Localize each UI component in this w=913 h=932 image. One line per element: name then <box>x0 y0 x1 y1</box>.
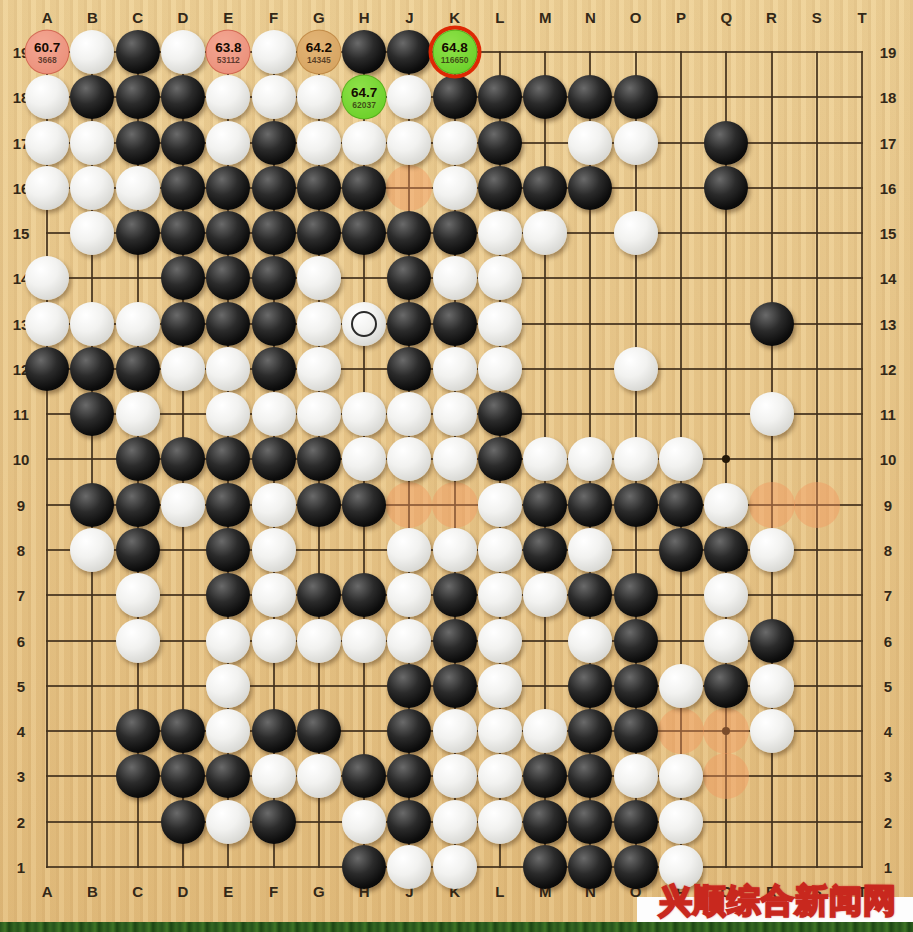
white-stone-P5[interactable] <box>659 664 703 708</box>
white-stone-R4[interactable] <box>750 709 794 753</box>
row-label: 13 <box>880 315 897 332</box>
go-board-screenshot: ABCDEFGHJKLMNOPQRST ABCDEFGHJKLMNOPQRST … <box>0 0 913 932</box>
white-stone-J8[interactable] <box>387 528 431 572</box>
suggestion-winrate: 63.8 <box>215 41 241 55</box>
white-stone-Q9[interactable] <box>704 483 748 527</box>
white-stone-K8[interactable] <box>433 528 477 572</box>
white-stone-P3[interactable] <box>659 754 703 798</box>
black-stone-O7[interactable] <box>614 573 658 617</box>
black-stone-B18[interactable] <box>70 75 114 119</box>
row-label: 9 <box>884 496 892 513</box>
black-stone-M9[interactable] <box>523 483 567 527</box>
black-stone-G9[interactable] <box>297 483 341 527</box>
white-stone-J7[interactable] <box>387 573 431 617</box>
black-stone-N18[interactable] <box>568 75 612 119</box>
white-stone-O3[interactable] <box>614 754 658 798</box>
black-stone-M18[interactable] <box>523 75 567 119</box>
white-stone-M15[interactable] <box>523 211 567 255</box>
black-stone-E16[interactable] <box>206 166 250 210</box>
black-stone-D14[interactable] <box>161 256 205 300</box>
column-label: S <box>812 9 822 26</box>
black-stone-E10[interactable] <box>206 437 250 481</box>
white-stone-L5[interactable] <box>478 664 522 708</box>
grid-line-v <box>816 51 818 868</box>
black-stone-N1[interactable] <box>568 845 612 889</box>
black-stone-D10[interactable] <box>161 437 205 481</box>
black-stone-Q8[interactable] <box>704 528 748 572</box>
row-label: 2 <box>884 813 892 830</box>
white-stone-F19[interactable] <box>252 30 296 74</box>
white-stone-Q6[interactable] <box>704 619 748 663</box>
white-stone-F6[interactable] <box>252 619 296 663</box>
white-stone-O10[interactable] <box>614 437 658 481</box>
row-label: 16 <box>880 179 897 196</box>
white-stone-L12[interactable] <box>478 347 522 391</box>
row-label: 11 <box>880 406 896 423</box>
black-stone-Q17[interactable] <box>704 121 748 165</box>
white-stone-E2[interactable] <box>206 800 250 844</box>
black-stone-G7[interactable] <box>297 573 341 617</box>
row-label: 17 <box>880 134 897 151</box>
white-stone-A13[interactable] <box>25 302 69 346</box>
black-stone-H15[interactable] <box>342 211 386 255</box>
row-label: 14 <box>880 270 897 287</box>
row-label: 10 <box>880 451 897 468</box>
white-stone-C7[interactable] <box>116 573 160 617</box>
black-stone-F4[interactable] <box>252 709 296 753</box>
black-stone-E7[interactable] <box>206 573 250 617</box>
black-stone-P9[interactable] <box>659 483 703 527</box>
white-stone-A18[interactable] <box>25 75 69 119</box>
black-stone-D2[interactable] <box>161 800 205 844</box>
row-label: 6 <box>884 632 892 649</box>
white-stone-B16[interactable] <box>70 166 114 210</box>
white-stone-O15[interactable] <box>614 211 658 255</box>
white-stone-B8[interactable] <box>70 528 114 572</box>
row-label: 1 <box>884 858 892 875</box>
black-stone-N3[interactable] <box>568 754 612 798</box>
white-stone-J11[interactable] <box>387 392 431 436</box>
black-stone-O9[interactable] <box>614 483 658 527</box>
row-label: 7 <box>884 587 892 604</box>
white-stone-last-move-H13[interactable] <box>342 302 386 346</box>
black-stone-O2[interactable] <box>614 800 658 844</box>
white-stone-E5[interactable] <box>206 664 250 708</box>
white-stone-J17[interactable] <box>387 121 431 165</box>
white-stone-F9[interactable] <box>252 483 296 527</box>
black-stone-J14[interactable] <box>387 256 431 300</box>
row-label: 8 <box>884 541 892 558</box>
suggestion-winrate: 64.7 <box>351 86 377 100</box>
column-label: C <box>132 9 143 26</box>
black-stone-F2[interactable] <box>252 800 296 844</box>
row-label: 5 <box>884 677 892 694</box>
row-label: 5 <box>17 677 25 694</box>
white-stone-K14[interactable] <box>433 256 477 300</box>
black-stone-R13[interactable] <box>750 302 794 346</box>
black-stone-M2[interactable] <box>523 800 567 844</box>
white-stone-K11[interactable] <box>433 392 477 436</box>
column-label: H <box>359 9 370 26</box>
black-stone-E3[interactable] <box>206 754 250 798</box>
white-stone-O17[interactable] <box>614 121 658 165</box>
black-stone-M16[interactable] <box>523 166 567 210</box>
move-suggestion-G19[interactable]: 64.214345 <box>296 30 341 75</box>
black-stone-K5[interactable] <box>433 664 477 708</box>
watermark-text: 兴顺综合新闻网 <box>645 879 911 924</box>
black-stone-C3[interactable] <box>116 754 160 798</box>
black-stone-J12[interactable] <box>387 347 431 391</box>
black-stone-D18[interactable] <box>161 75 205 119</box>
white-stone-M7[interactable] <box>523 573 567 617</box>
black-stone-C15[interactable] <box>116 211 160 255</box>
black-stone-N16[interactable] <box>568 166 612 210</box>
white-stone-L15[interactable] <box>478 211 522 255</box>
black-stone-C4[interactable] <box>116 709 160 753</box>
black-stone-C18[interactable] <box>116 75 160 119</box>
black-stone-J19[interactable] <box>387 30 431 74</box>
white-stone-G3[interactable] <box>297 754 341 798</box>
black-stone-O6[interactable] <box>614 619 658 663</box>
white-stone-L6[interactable] <box>478 619 522 663</box>
black-stone-Q5[interactable] <box>704 664 748 708</box>
black-stone-C10[interactable] <box>116 437 160 481</box>
row-label: 15 <box>13 225 30 242</box>
black-stone-E8[interactable] <box>206 528 250 572</box>
white-stone-H17[interactable] <box>342 121 386 165</box>
black-stone-J5[interactable] <box>387 664 431 708</box>
column-label: D <box>178 9 189 26</box>
suggestion-visits: 116650 <box>441 55 469 64</box>
black-stone-J4[interactable] <box>387 709 431 753</box>
highlight-circle[interactable] <box>703 708 749 754</box>
row-label: 15 <box>880 225 897 242</box>
black-stone-D4[interactable] <box>161 709 205 753</box>
black-stone-L10[interactable] <box>478 437 522 481</box>
white-stone-L8[interactable] <box>478 528 522 572</box>
column-label: F <box>269 9 278 26</box>
black-stone-D17[interactable] <box>161 121 205 165</box>
white-stone-B19[interactable] <box>70 30 114 74</box>
black-stone-H7[interactable] <box>342 573 386 617</box>
suggestion-visits: 3668 <box>38 55 57 64</box>
white-stone-B13[interactable] <box>70 302 114 346</box>
black-stone-H1[interactable] <box>342 845 386 889</box>
white-stone-C13[interactable] <box>116 302 160 346</box>
white-stone-K1[interactable] <box>433 845 477 889</box>
row-label: 19 <box>880 44 897 61</box>
move-suggestion-H18[interactable]: 64.762037 <box>342 75 387 120</box>
white-stone-N17[interactable] <box>568 121 612 165</box>
row-label: 7 <box>17 587 25 604</box>
white-stone-E17[interactable] <box>206 121 250 165</box>
column-label: G <box>313 883 325 900</box>
white-stone-F11[interactable] <box>252 392 296 436</box>
black-stone-B9[interactable] <box>70 483 114 527</box>
black-stone-O5[interactable] <box>614 664 658 708</box>
grass-strip <box>0 922 913 932</box>
black-stone-M8[interactable] <box>523 528 567 572</box>
black-stone-N7[interactable] <box>568 573 612 617</box>
row-label: 12 <box>880 360 897 377</box>
white-stone-K16[interactable] <box>433 166 477 210</box>
row-label: 8 <box>17 541 25 558</box>
highlight-circle[interactable] <box>432 482 478 528</box>
white-stone-L4[interactable] <box>478 709 522 753</box>
white-stone-L13[interactable] <box>478 302 522 346</box>
black-stone-D16[interactable] <box>161 166 205 210</box>
white-stone-C6[interactable] <box>116 619 160 663</box>
white-stone-L14[interactable] <box>478 256 522 300</box>
black-stone-Q16[interactable] <box>704 166 748 210</box>
black-stone-H19[interactable] <box>342 30 386 74</box>
white-stone-J10[interactable] <box>387 437 431 481</box>
white-stone-C11[interactable] <box>116 392 160 436</box>
white-stone-D9[interactable] <box>161 483 205 527</box>
black-stone-G4[interactable] <box>297 709 341 753</box>
black-stone-K7[interactable] <box>433 573 477 617</box>
white-stone-L3[interactable] <box>478 754 522 798</box>
suggestion-winrate: 64.8 <box>441 41 467 55</box>
black-stone-B12[interactable] <box>70 347 114 391</box>
column-label: M <box>539 9 552 26</box>
suggestion-winrate: 60.7 <box>34 41 60 55</box>
white-stone-H11[interactable] <box>342 392 386 436</box>
column-label: A <box>42 9 53 26</box>
white-stone-E6[interactable] <box>206 619 250 663</box>
white-stone-N8[interactable] <box>568 528 612 572</box>
white-stone-P2[interactable] <box>659 800 703 844</box>
white-stone-G18[interactable] <box>297 75 341 119</box>
white-stone-M4[interactable] <box>523 709 567 753</box>
black-stone-E13[interactable] <box>206 302 250 346</box>
black-stone-G16[interactable] <box>297 166 341 210</box>
black-stone-K15[interactable] <box>433 211 477 255</box>
white-stone-K17[interactable] <box>433 121 477 165</box>
white-stone-G11[interactable] <box>297 392 341 436</box>
black-stone-C12[interactable] <box>116 347 160 391</box>
row-label: 18 <box>880 89 897 106</box>
white-stone-D12[interactable] <box>161 347 205 391</box>
black-stone-F14[interactable] <box>252 256 296 300</box>
move-suggestion-K19[interactable]: 64.8116650 <box>432 30 477 75</box>
column-label: D <box>178 883 189 900</box>
white-stone-B17[interactable] <box>70 121 114 165</box>
black-stone-J15[interactable] <box>387 211 431 255</box>
column-label: R <box>766 9 777 26</box>
white-stone-R5[interactable] <box>750 664 794 708</box>
white-stone-J1[interactable] <box>387 845 431 889</box>
white-stone-G6[interactable] <box>297 619 341 663</box>
black-stone-R6[interactable] <box>750 619 794 663</box>
black-stone-F13[interactable] <box>252 302 296 346</box>
black-stone-N5[interactable] <box>568 664 612 708</box>
column-label: N <box>585 9 596 26</box>
black-stone-H16[interactable] <box>342 166 386 210</box>
black-stone-P8[interactable] <box>659 528 703 572</box>
white-stone-G13[interactable] <box>297 302 341 346</box>
black-stone-N9[interactable] <box>568 483 612 527</box>
white-stone-L9[interactable] <box>478 483 522 527</box>
move-suggestion-A19[interactable]: 60.73668 <box>25 30 70 75</box>
highlight-circle[interactable] <box>794 482 840 528</box>
column-label: P <box>676 9 686 26</box>
column-label: B <box>87 9 98 26</box>
white-stone-J18[interactable] <box>387 75 431 119</box>
white-stone-H2[interactable] <box>342 800 386 844</box>
black-stone-L18[interactable] <box>478 75 522 119</box>
white-stone-E12[interactable] <box>206 347 250 391</box>
white-stone-P10[interactable] <box>659 437 703 481</box>
black-stone-M3[interactable] <box>523 754 567 798</box>
white-stone-A14[interactable] <box>25 256 69 300</box>
black-stone-E15[interactable] <box>206 211 250 255</box>
white-stone-Q7[interactable] <box>704 573 748 617</box>
black-stone-C19[interactable] <box>116 30 160 74</box>
white-stone-O12[interactable] <box>614 347 658 391</box>
black-stone-K6[interactable] <box>433 619 477 663</box>
white-stone-D19[interactable] <box>161 30 205 74</box>
black-stone-B11[interactable] <box>70 392 114 436</box>
white-stone-K10[interactable] <box>433 437 477 481</box>
black-stone-K18[interactable] <box>433 75 477 119</box>
row-label: 4 <box>17 723 25 740</box>
black-stone-K13[interactable] <box>433 302 477 346</box>
white-stone-G12[interactable] <box>297 347 341 391</box>
column-label: L <box>495 9 504 26</box>
white-stone-R11[interactable] <box>750 392 794 436</box>
star-point <box>722 455 730 463</box>
column-label: Q <box>720 9 732 26</box>
black-stone-N4[interactable] <box>568 709 612 753</box>
black-stone-D13[interactable] <box>161 302 205 346</box>
row-label: 4 <box>884 723 892 740</box>
row-label: 10 <box>13 451 30 468</box>
black-stone-O18[interactable] <box>614 75 658 119</box>
black-stone-C17[interactable] <box>116 121 160 165</box>
grid-line-v <box>861 51 863 868</box>
black-stone-J3[interactable] <box>387 754 431 798</box>
black-stone-D3[interactable] <box>161 754 205 798</box>
white-stone-M10[interactable] <box>523 437 567 481</box>
column-label: B <box>87 883 98 900</box>
black-stone-H3[interactable] <box>342 754 386 798</box>
column-label: A <box>42 883 53 900</box>
black-stone-J2[interactable] <box>387 800 431 844</box>
column-label: J <box>405 9 413 26</box>
white-stone-K2[interactable] <box>433 800 477 844</box>
row-label: 9 <box>17 496 25 513</box>
black-stone-F12[interactable] <box>252 347 296 391</box>
column-label: E <box>223 883 233 900</box>
white-stone-E4[interactable] <box>206 709 250 753</box>
white-stone-F8[interactable] <box>252 528 296 572</box>
column-label: K <box>449 9 460 26</box>
highlight-circle[interactable] <box>658 708 704 754</box>
white-stone-R8[interactable] <box>750 528 794 572</box>
white-stone-F7[interactable] <box>252 573 296 617</box>
move-suggestion-E19[interactable]: 63.853112 <box>206 30 251 75</box>
black-stone-G15[interactable] <box>297 211 341 255</box>
white-stone-L2[interactable] <box>478 800 522 844</box>
column-label: T <box>857 9 866 26</box>
white-stone-L7[interactable] <box>478 573 522 617</box>
black-stone-C8[interactable] <box>116 528 160 572</box>
column-label: F <box>269 883 278 900</box>
white-stone-A17[interactable] <box>25 121 69 165</box>
black-stone-G10[interactable] <box>297 437 341 481</box>
black-stone-M1[interactable] <box>523 845 567 889</box>
column-label: E <box>223 9 233 26</box>
black-stone-N2[interactable] <box>568 800 612 844</box>
white-stone-G17[interactable] <box>297 121 341 165</box>
white-stone-G14[interactable] <box>297 256 341 300</box>
white-stone-N10[interactable] <box>568 437 612 481</box>
row-label: 3 <box>884 768 892 785</box>
highlight-circle[interactable] <box>386 482 432 528</box>
black-stone-J13[interactable] <box>387 302 431 346</box>
white-stone-E11[interactable] <box>206 392 250 436</box>
black-stone-L16[interactable] <box>478 166 522 210</box>
highlight-circle[interactable] <box>703 753 749 799</box>
column-label: O <box>630 9 642 26</box>
black-stone-L17[interactable] <box>478 121 522 165</box>
black-stone-D15[interactable] <box>161 211 205 255</box>
suggestion-winrate: 64.2 <box>306 41 332 55</box>
black-stone-O4[interactable] <box>614 709 658 753</box>
white-stone-K4[interactable] <box>433 709 477 753</box>
black-stone-H9[interactable] <box>342 483 386 527</box>
black-stone-E14[interactable] <box>206 256 250 300</box>
row-label: 11 <box>13 406 29 423</box>
white-stone-K12[interactable] <box>433 347 477 391</box>
highlight-circle[interactable] <box>749 482 795 528</box>
suggestion-visits: 62037 <box>352 100 376 109</box>
highlight-circle[interactable] <box>386 165 432 211</box>
black-stone-F15[interactable] <box>252 211 296 255</box>
white-stone-C16[interactable] <box>116 166 160 210</box>
white-stone-E18[interactable] <box>206 75 250 119</box>
black-stone-F16[interactable] <box>252 166 296 210</box>
white-stone-B15[interactable] <box>70 211 114 255</box>
white-stone-K3[interactable] <box>433 754 477 798</box>
row-label: 3 <box>17 768 25 785</box>
black-stone-F10[interactable] <box>252 437 296 481</box>
white-stone-F18[interactable] <box>252 75 296 119</box>
column-label: C <box>132 883 143 900</box>
row-label: 2 <box>17 813 25 830</box>
black-stone-A12[interactable] <box>25 347 69 391</box>
suggestion-visits: 53112 <box>217 55 240 64</box>
row-label: 1 <box>17 858 25 875</box>
white-stone-N6[interactable] <box>568 619 612 663</box>
black-stone-C9[interactable] <box>116 483 160 527</box>
column-label: G <box>313 9 325 26</box>
white-stone-A16[interactable] <box>25 166 69 210</box>
white-stone-H10[interactable] <box>342 437 386 481</box>
black-stone-L11[interactable] <box>478 392 522 436</box>
suggestion-visits: 14345 <box>307 55 331 64</box>
white-stone-J6[interactable] <box>387 619 431 663</box>
column-label: L <box>495 883 504 900</box>
black-stone-F17[interactable] <box>252 121 296 165</box>
white-stone-H6[interactable] <box>342 619 386 663</box>
row-label: 6 <box>17 632 25 649</box>
black-stone-E9[interactable] <box>206 483 250 527</box>
white-stone-F3[interactable] <box>252 754 296 798</box>
